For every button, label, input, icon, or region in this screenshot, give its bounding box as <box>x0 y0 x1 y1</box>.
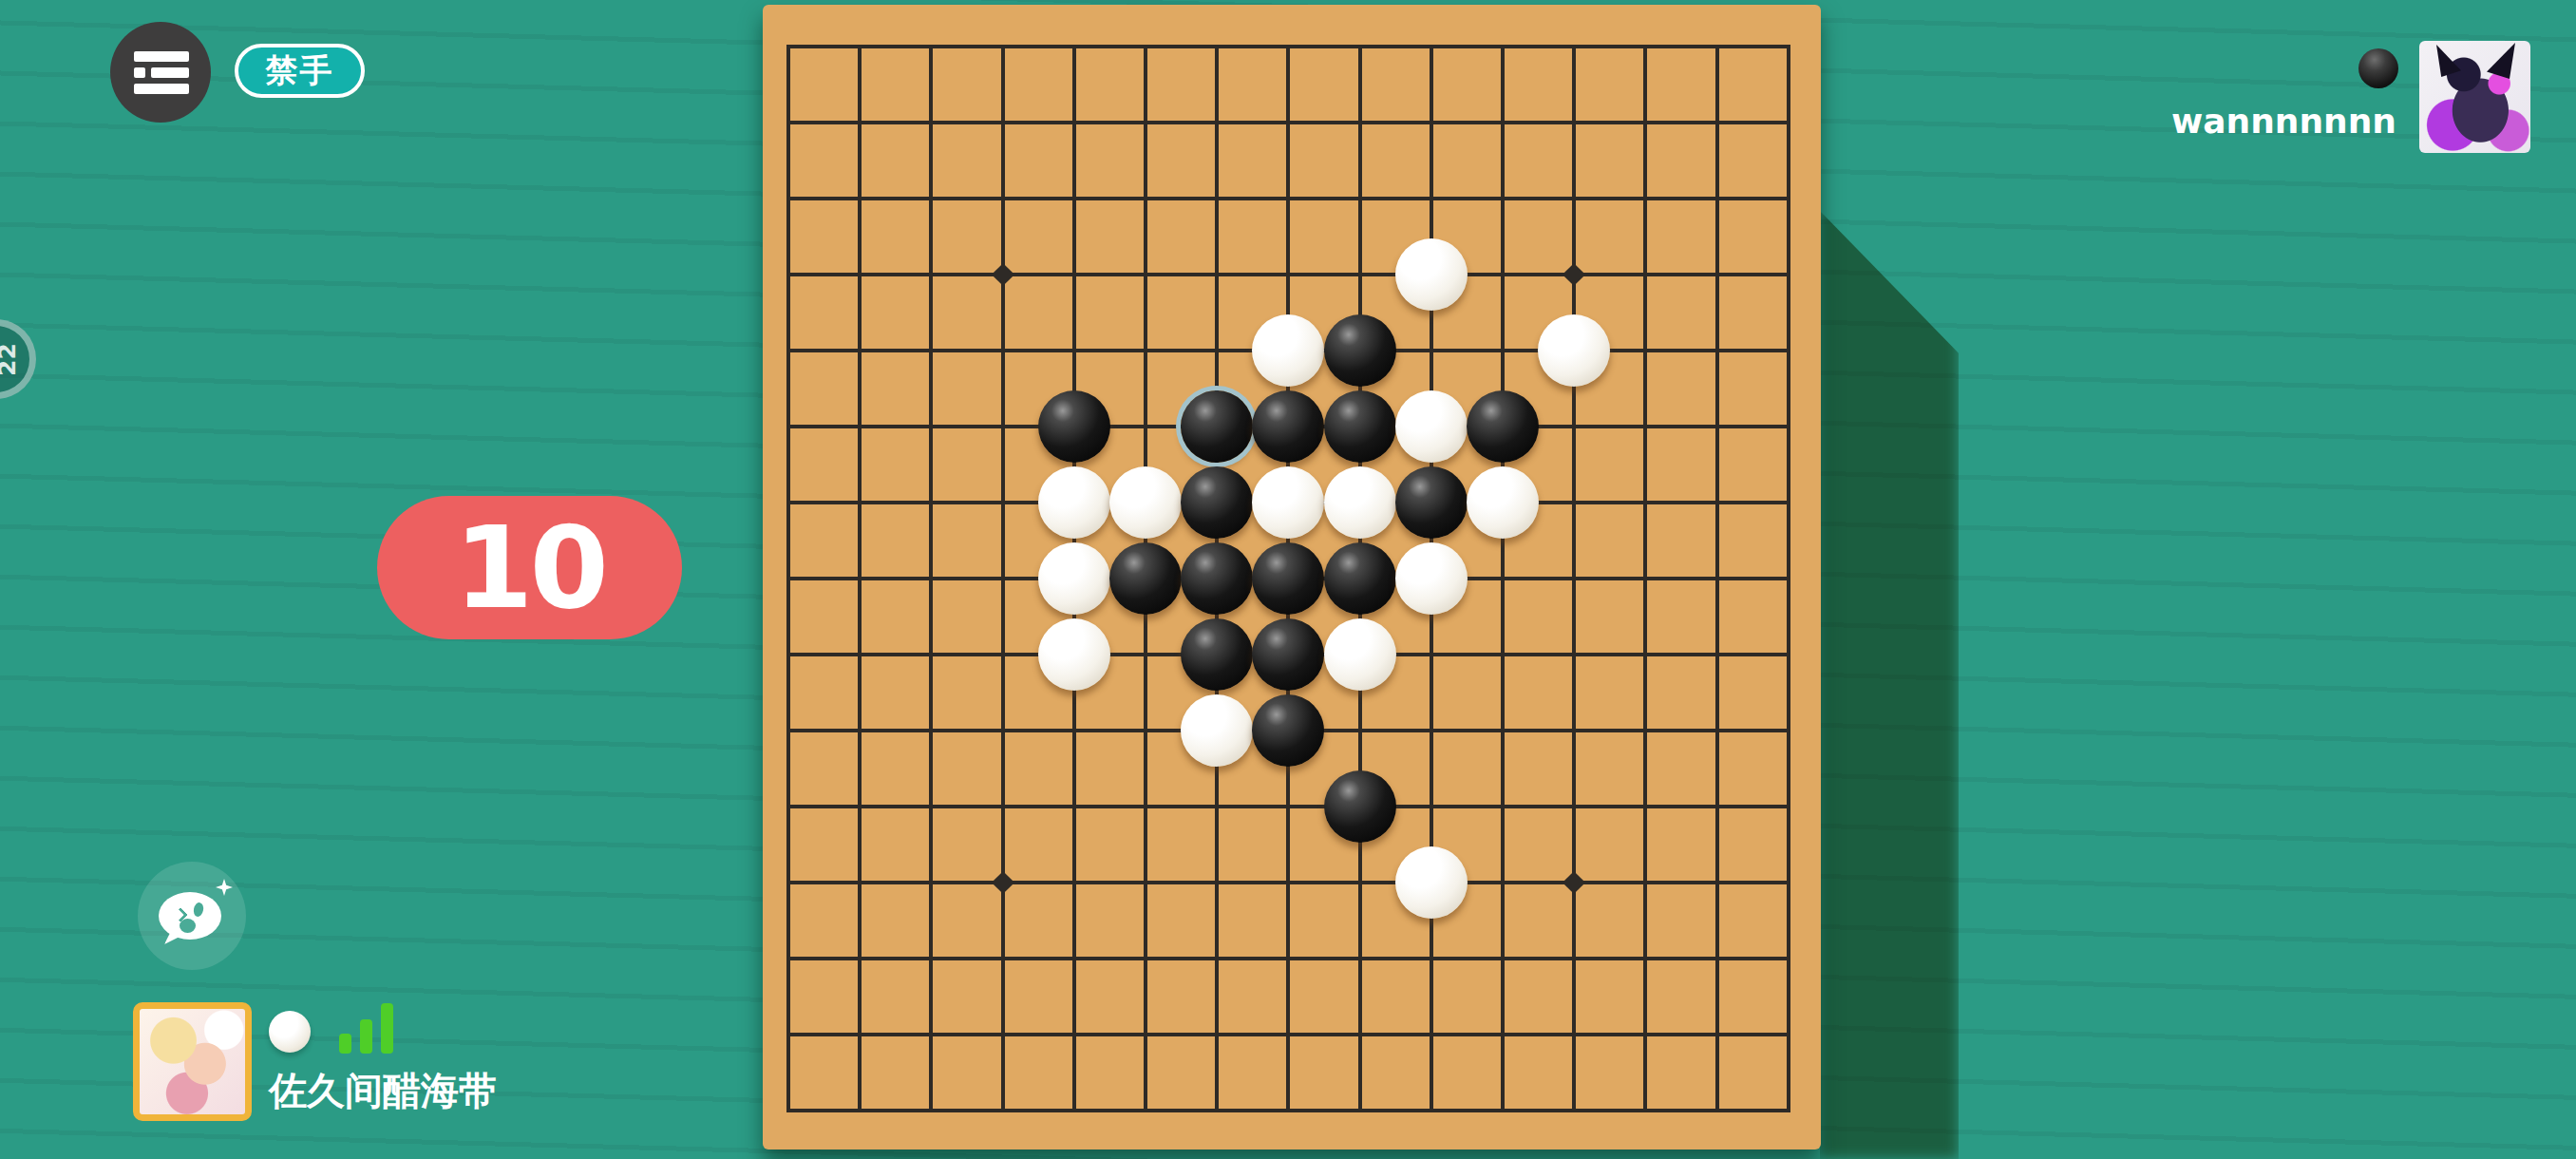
stone-black <box>1181 618 1253 691</box>
stone-white <box>1467 466 1539 539</box>
stone-white <box>1395 390 1468 463</box>
connection-signal-icon <box>339 1002 396 1054</box>
stone-black <box>1252 542 1324 615</box>
menu-button[interactable] <box>110 22 211 123</box>
stone-white <box>1324 466 1396 539</box>
chat-emoji-icon <box>159 892 221 940</box>
player-bottom-name: 佐久间醋海带 <box>269 1065 497 1117</box>
stone-black <box>1467 390 1539 463</box>
stone-black <box>1395 466 1468 539</box>
stone-white <box>1395 238 1468 311</box>
stone-white <box>1252 466 1324 539</box>
move-timer: 10 <box>377 496 682 639</box>
star-point <box>1563 263 1585 286</box>
grid-line-h <box>786 805 1790 808</box>
grid-line-h <box>786 1033 1790 1036</box>
grid-line-v <box>1643 45 1647 1112</box>
stone-black <box>1324 542 1396 615</box>
grid-line-v <box>1501 45 1505 1112</box>
grid-line-h <box>786 881 1790 884</box>
stone-white <box>1038 542 1110 615</box>
grid-line-h <box>786 957 1790 960</box>
stone-white <box>1538 314 1610 387</box>
player-bottom-avatar[interactable] <box>133 1002 252 1121</box>
chat-button[interactable] <box>138 862 246 970</box>
side-panel-count: 22 <box>0 343 21 376</box>
stone-white <box>1109 466 1182 539</box>
player-top-name: wannnnnnn <box>2171 102 2396 141</box>
stone-black <box>1324 314 1396 387</box>
grid-line-v <box>1787 45 1790 1112</box>
star-point <box>1563 871 1585 894</box>
white-stone-icon <box>269 1011 311 1053</box>
list-menu-icon <box>134 51 189 94</box>
stone-white <box>1181 694 1253 767</box>
stone-black <box>1038 390 1110 463</box>
stone-black <box>1252 694 1324 767</box>
board-cast-shadow <box>1820 211 1959 1159</box>
stone-black <box>1181 390 1253 463</box>
gomoku-board[interactable] <box>763 5 1821 1149</box>
stone-white <box>1324 618 1396 691</box>
stone-black <box>1324 390 1396 463</box>
sparkle-icon <box>216 879 233 896</box>
stone-black <box>1181 466 1253 539</box>
stone-black <box>1252 618 1324 691</box>
grid-line-v <box>1572 45 1576 1112</box>
star-point <box>992 263 1014 286</box>
stone-black <box>1181 542 1253 615</box>
stone-black <box>1324 770 1396 843</box>
stone-black <box>1252 390 1324 463</box>
stone-white <box>1395 542 1468 615</box>
stone-white <box>1038 618 1110 691</box>
stone-white <box>1395 846 1468 919</box>
black-stone-icon <box>2358 48 2398 88</box>
player-top-avatar[interactable] <box>2419 41 2530 153</box>
stone-white <box>1038 466 1110 539</box>
side-panel-handle[interactable]: 22 <box>0 319 36 399</box>
star-point <box>992 871 1014 894</box>
stone-black <box>1109 542 1182 615</box>
grid-line-h <box>786 1109 1790 1112</box>
stone-white <box>1252 314 1324 387</box>
forbidden-move-rule-badge[interactable]: 禁手 <box>235 44 365 98</box>
grid-line-v <box>1715 45 1719 1112</box>
board-grid <box>788 47 1789 1111</box>
